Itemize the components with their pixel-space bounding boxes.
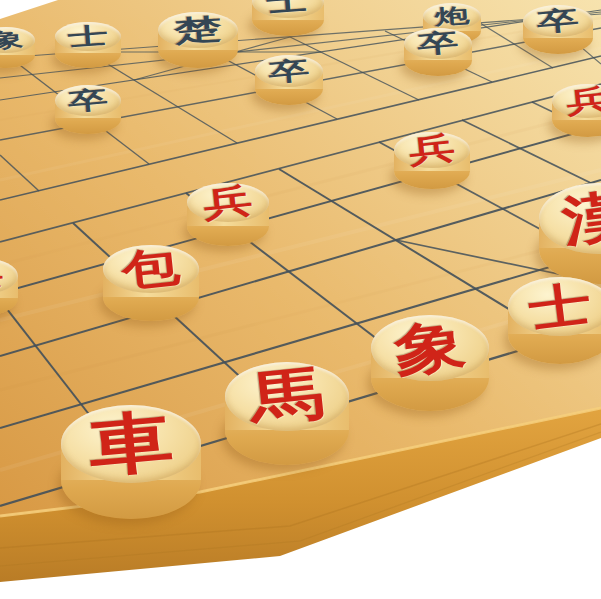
piece-character: 炮 — [423, 6, 482, 25]
piece-black-soldier-c7[interactable]: 卒 — [55, 85, 121, 134]
piece-character: 卒 — [522, 8, 593, 33]
piece-red-chariot-a1[interactable]: 車 — [61, 405, 201, 519]
piece-red-horse-b1[interactable]: 馬 — [225, 362, 349, 465]
piece-character: 兵 — [551, 86, 601, 116]
piece-black-soldier-i7[interactable]: 卒 — [523, 5, 593, 54]
piece-character: 象 — [0, 30, 35, 49]
piece-black-soldier-g7[interactable]: 卒 — [404, 28, 472, 76]
piece-character: 包 — [101, 247, 200, 291]
piece-black-advisor-d10[interactable]: 士 — [55, 22, 121, 68]
piece-character: 漢 — [536, 184, 601, 252]
piece-character: 士 — [251, 0, 324, 14]
piece-red-advisor-d1[interactable]: 士 — [508, 277, 601, 364]
piece-character: 士 — [506, 277, 601, 334]
piece-black-elephant-c10[interactable]: 象 — [0, 27, 35, 68]
piece-red-soldier-a4[interactable]: 兵 — [0, 258, 18, 316]
xiangqi-board-photo: 士炮卒楚士象卒卒卒兵兵兵漢包兵士象馬車 — [0, 0, 601, 599]
piece-red-soldier-g4[interactable]: 兵 — [552, 84, 601, 137]
piece-character: 士 — [54, 25, 121, 46]
piece-character: 楚 — [157, 17, 238, 43]
piece-character: 兵 — [186, 184, 270, 220]
piece-red-general-e1[interactable]: 漢 — [539, 183, 601, 284]
piece-character: 馬 — [223, 363, 352, 429]
piece-red-cannon-b3[interactable]: 包 — [103, 245, 199, 321]
piece-character: 卒 — [254, 58, 323, 83]
piece-character: 卒 — [403, 31, 472, 55]
piece-red-elephant-c1[interactable]: 象 — [371, 315, 489, 411]
piece-character: 兵 — [393, 134, 471, 166]
piece-red-soldier-c4[interactable]: 兵 — [187, 183, 269, 246]
piece-character: 車 — [59, 408, 204, 481]
piece-black-advisor-f10[interactable]: 士 — [252, 0, 324, 36]
piece-black-general-e10[interactable]: 楚 — [158, 12, 238, 68]
piece-red-soldier-e4[interactable]: 兵 — [394, 132, 470, 189]
pieces-layer: 士炮卒楚士象卒卒卒兵兵兵漢包兵士象馬車 — [0, 0, 601, 599]
piece-character: 卒 — [54, 88, 121, 112]
piece-black-soldier-e7[interactable]: 卒 — [255, 55, 323, 105]
